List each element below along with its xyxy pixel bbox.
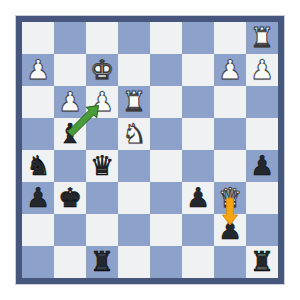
white-pawn[interactable]: ♟ (86, 86, 118, 118)
square-e6[interactable] (150, 86, 182, 118)
square-c6[interactable]: ♟ (86, 86, 118, 118)
square-b1[interactable] (54, 246, 86, 278)
square-h1[interactable]: ♜ (246, 246, 278, 278)
square-f7[interactable] (182, 54, 214, 86)
square-e5[interactable] (150, 118, 182, 150)
square-e1[interactable] (150, 246, 182, 278)
square-f2[interactable] (182, 214, 214, 246)
black-rook[interactable]: ♜ (86, 246, 118, 278)
square-a1[interactable] (22, 246, 54, 278)
square-b2[interactable] (54, 214, 86, 246)
square-d1[interactable] (118, 246, 150, 278)
square-a5[interactable] (22, 118, 54, 150)
square-d6[interactable]: ♜ (118, 86, 150, 118)
black-pawn[interactable]: ♟ (214, 214, 246, 246)
square-d7[interactable] (118, 54, 150, 86)
square-e7[interactable] (150, 54, 182, 86)
square-g2[interactable]: ♟ (214, 214, 246, 246)
square-h2[interactable] (246, 214, 278, 246)
square-g3[interactable]: ♛ (214, 182, 246, 214)
square-a6[interactable] (22, 86, 54, 118)
square-c8[interactable] (86, 22, 118, 54)
white-king[interactable]: ♚ (86, 54, 118, 86)
chess-board[interactable]: ♜♟♚♟♟♟♟♜♝♞♞♛♟♟♚♟♛♟♜♜ (22, 22, 278, 278)
chess-board-frame: ♜♟♚♟♟♟♟♜♝♞♞♛♟♟♚♟♛♟♜♜ (16, 16, 284, 284)
square-b3[interactable]: ♚ (54, 182, 86, 214)
black-queen[interactable]: ♛ (86, 150, 118, 182)
square-d2[interactable] (118, 214, 150, 246)
square-c1[interactable]: ♜ (86, 246, 118, 278)
square-h4[interactable]: ♟ (246, 150, 278, 182)
square-b5[interactable]: ♝ (54, 118, 86, 150)
square-b4[interactable] (54, 150, 86, 182)
square-c7[interactable]: ♚ (86, 54, 118, 86)
white-pawn[interactable]: ♟ (54, 86, 86, 118)
black-pawn[interactable]: ♟ (182, 182, 214, 214)
white-rook[interactable]: ♜ (118, 86, 150, 118)
black-pawn[interactable]: ♟ (246, 150, 278, 182)
square-f5[interactable] (182, 118, 214, 150)
square-c3[interactable] (86, 182, 118, 214)
square-a2[interactable] (22, 214, 54, 246)
square-a4[interactable]: ♞ (22, 150, 54, 182)
square-b6[interactable]: ♟ (54, 86, 86, 118)
square-h7[interactable]: ♟ (246, 54, 278, 86)
black-knight[interactable]: ♞ (22, 150, 54, 182)
square-a8[interactable] (22, 22, 54, 54)
square-h5[interactable] (246, 118, 278, 150)
square-a7[interactable]: ♟ (22, 54, 54, 86)
square-f8[interactable] (182, 22, 214, 54)
square-e4[interactable] (150, 150, 182, 182)
square-g7[interactable]: ♟ (214, 54, 246, 86)
square-g5[interactable] (214, 118, 246, 150)
white-pawn[interactable]: ♟ (214, 54, 246, 86)
square-f1[interactable] (182, 246, 214, 278)
square-e8[interactable] (150, 22, 182, 54)
square-a3[interactable]: ♟ (22, 182, 54, 214)
square-h6[interactable] (246, 86, 278, 118)
black-king[interactable]: ♚ (54, 182, 86, 214)
square-g1[interactable] (214, 246, 246, 278)
square-f3[interactable]: ♟ (182, 182, 214, 214)
square-f4[interactable] (182, 150, 214, 182)
white-pawn[interactable]: ♟ (22, 54, 54, 86)
square-h8[interactable]: ♜ (246, 22, 278, 54)
square-g8[interactable] (214, 22, 246, 54)
square-f6[interactable] (182, 86, 214, 118)
square-d3[interactable] (118, 182, 150, 214)
white-rook[interactable]: ♜ (246, 22, 278, 54)
black-pawn[interactable]: ♟ (22, 182, 54, 214)
square-b8[interactable] (54, 22, 86, 54)
white-queen[interactable]: ♛ (214, 182, 246, 214)
square-d8[interactable] (118, 22, 150, 54)
white-knight[interactable]: ♞ (118, 118, 150, 150)
square-d5[interactable]: ♞ (118, 118, 150, 150)
square-g6[interactable] (214, 86, 246, 118)
black-bishop[interactable]: ♝ (54, 118, 86, 150)
square-e3[interactable] (150, 182, 182, 214)
square-g4[interactable] (214, 150, 246, 182)
square-d4[interactable] (118, 150, 150, 182)
black-rook[interactable]: ♜ (246, 246, 278, 278)
square-e2[interactable] (150, 214, 182, 246)
white-pawn[interactable]: ♟ (246, 54, 278, 86)
square-b7[interactable] (54, 54, 86, 86)
square-c5[interactable] (86, 118, 118, 150)
square-c4[interactable]: ♛ (86, 150, 118, 182)
square-c2[interactable] (86, 214, 118, 246)
square-h3[interactable] (246, 182, 278, 214)
